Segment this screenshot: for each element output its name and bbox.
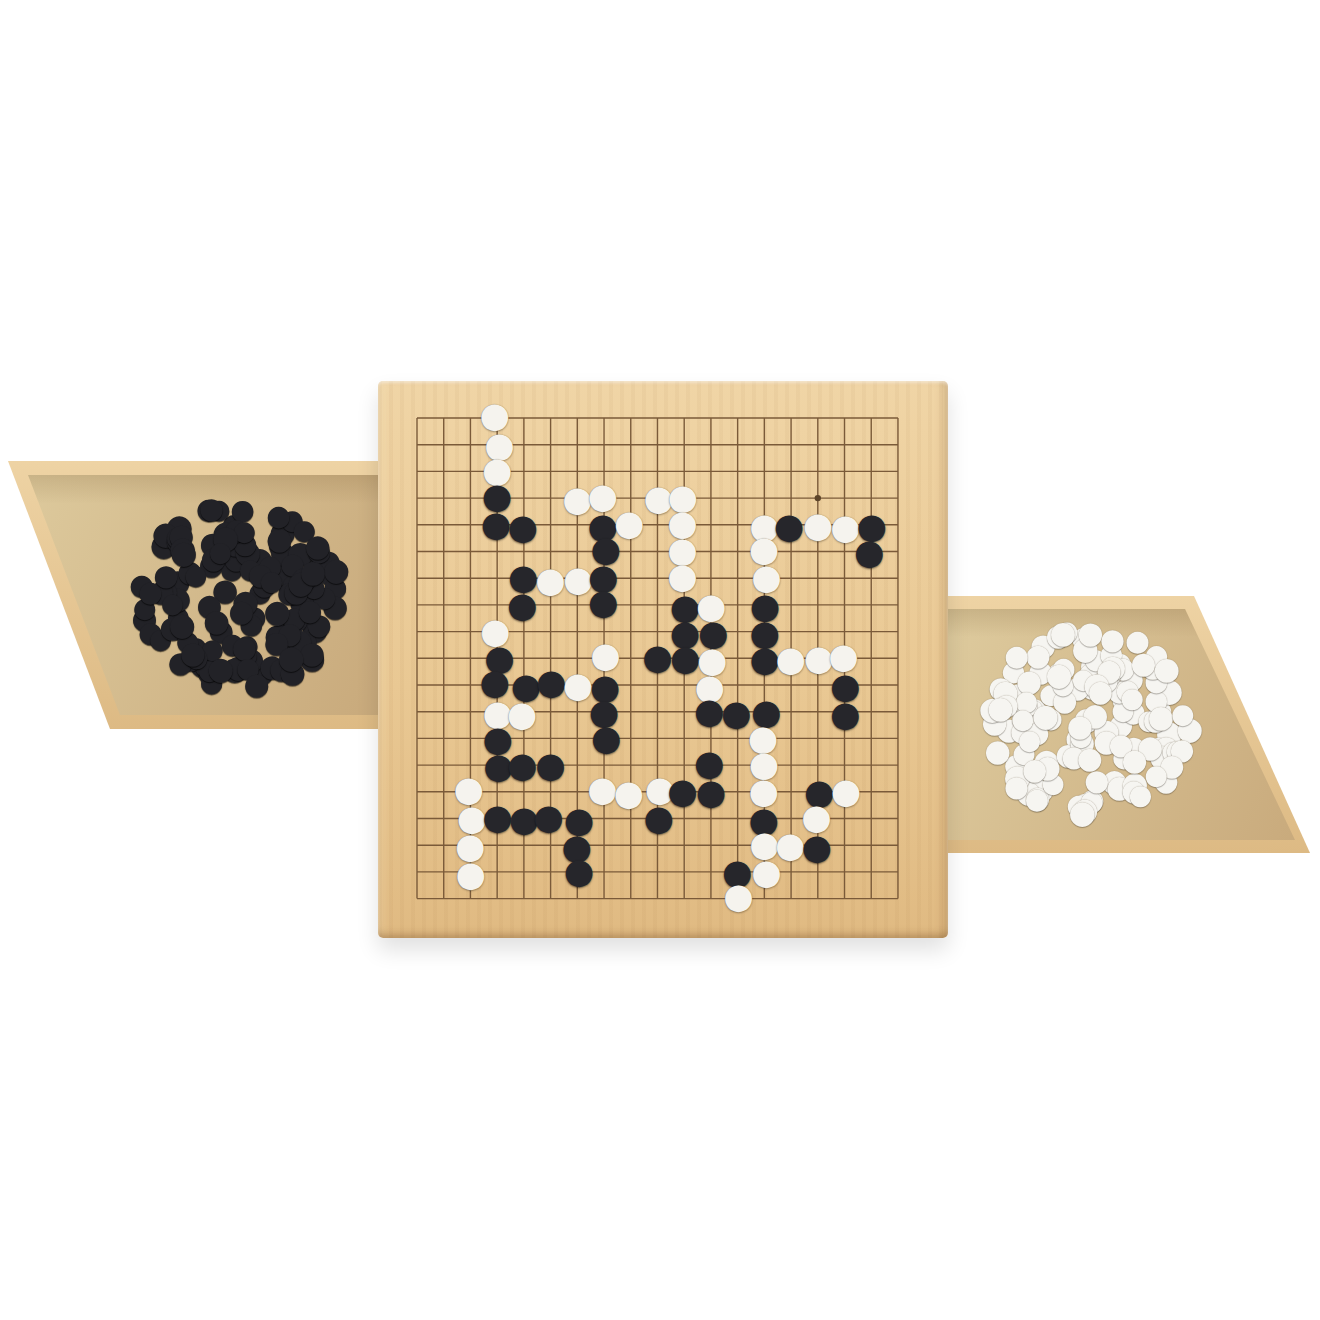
tray-stone-white: ● <box>1047 663 1070 686</box>
tray-stone-black: ● <box>205 609 228 632</box>
tray-stone-white: ● <box>1149 705 1172 728</box>
tray-stone-white: ● <box>989 696 1012 719</box>
tray-stone-white: ● <box>1024 758 1046 780</box>
stone-black[interactable]: ● <box>510 514 536 540</box>
tray-stone-white: ● <box>1132 652 1154 674</box>
tray-stone-black: ● <box>299 599 321 621</box>
tray-stone-black: ● <box>170 613 193 636</box>
stone-black[interactable]: ● <box>776 514 802 540</box>
tray-stone-white: ● <box>986 739 1009 762</box>
tray-stone-black: ● <box>186 564 206 584</box>
stone-black[interactable]: ● <box>538 670 564 696</box>
stone-white[interactable]: ● <box>669 563 695 589</box>
stone-black[interactable]: ● <box>646 805 672 831</box>
stone-white[interactable]: ● <box>805 512 831 538</box>
tray-stone-black: ● <box>210 542 230 562</box>
tray-stone-black: ● <box>209 657 232 680</box>
stone-white[interactable]: ● <box>593 643 619 669</box>
stone-black[interactable]: ● <box>509 752 535 778</box>
tray-stone-white: ● <box>1079 621 1102 644</box>
stone-black[interactable]: ● <box>482 670 508 696</box>
tray-stone-white: ● <box>1026 787 1047 808</box>
stone-black[interactable]: ● <box>509 593 535 619</box>
tray-stone-black: ● <box>268 505 289 526</box>
stone-white[interactable]: ● <box>458 861 484 887</box>
stone-black[interactable]: ● <box>696 698 722 724</box>
stone-black[interactable]: ● <box>536 804 562 830</box>
tray-stone-black: ● <box>279 646 303 670</box>
stone-black[interactable]: ● <box>537 752 563 778</box>
stone-black[interactable]: ● <box>566 859 592 885</box>
tray-stone-white: ● <box>1155 657 1178 680</box>
tray-stone-white: ● <box>1089 680 1111 702</box>
stone-black[interactable]: ● <box>723 700 749 726</box>
black-stone-pile: ●●●●●●●●●●●●●●●●●●●●●●●●●●●●●●●●●●●●●●●●… <box>8 461 378 729</box>
tray-stone-black: ● <box>230 600 252 622</box>
stone-white[interactable]: ● <box>778 646 804 672</box>
stone-white[interactable]: ● <box>616 781 642 807</box>
tray-stone-black: ● <box>182 642 205 665</box>
tray-stone-white: ● <box>1086 770 1108 792</box>
stone-black[interactable]: ● <box>804 834 830 860</box>
tray-stone-black: ● <box>245 673 267 695</box>
tray-stone-white: ● <box>1068 714 1091 737</box>
stone-black[interactable]: ● <box>483 512 509 538</box>
tray-stone-white: ● <box>1102 629 1124 651</box>
white-stone-pile: ●●●●●●●●●●●●●●●●●●●●●●●●●●●●●●●●●●●●●●●●… <box>948 596 1310 853</box>
stone-white[interactable]: ● <box>833 779 859 805</box>
stone-black[interactable]: ● <box>484 804 510 830</box>
go-board[interactable]: ●●●●●●●●●●●●●●●●●●●●●●●●●●●●●●●●●●●●●●●●… <box>378 381 948 938</box>
stone-black[interactable]: ● <box>590 590 616 616</box>
stone-black[interactable]: ● <box>698 780 724 806</box>
tray-stone-black: ● <box>301 560 324 583</box>
stone-black[interactable]: ● <box>856 540 882 566</box>
tray-stone-white: ● <box>1123 749 1146 772</box>
white-stone-drawer[interactable]: ●●●●●●●●●●●●●●●●●●●●●●●●●●●●●●●●●●●●●●●●… <box>948 596 1310 853</box>
stone-white[interactable]: ● <box>589 776 615 802</box>
tray-stone-black: ● <box>261 571 281 591</box>
stone-white[interactable]: ● <box>537 567 563 593</box>
stone-white[interactable]: ● <box>725 884 751 910</box>
stone-black[interactable]: ● <box>752 647 778 673</box>
tray-stone-white: ● <box>1006 645 1027 666</box>
stone-white[interactable]: ● <box>565 672 591 698</box>
stone-black[interactable]: ● <box>593 725 619 751</box>
tray-stone-white: ● <box>1173 703 1193 723</box>
tray-stone-white: ● <box>1051 621 1074 644</box>
tray-stone-white: ● <box>1122 688 1143 709</box>
black-stone-drawer[interactable]: ●●●●●●●●●●●●●●●●●●●●●●●●●●●●●●●●●●●●●●●●… <box>8 461 378 729</box>
stone-black[interactable]: ● <box>645 644 671 670</box>
tray-stone-white: ● <box>1020 730 1040 750</box>
stone-white[interactable]: ● <box>754 859 780 885</box>
stone-black[interactable]: ● <box>832 701 858 727</box>
tray-stone-black: ● <box>306 534 329 557</box>
tray-stone-white: ● <box>1146 765 1166 785</box>
tray-stone-white: ● <box>1070 801 1094 825</box>
tray-stone-black: ● <box>201 498 223 520</box>
go-set-photo: ●●●●●●●●●●●●●●●●●●●●●●●●●●●●●●●●●●●●●●●●… <box>0 0 1320 1320</box>
